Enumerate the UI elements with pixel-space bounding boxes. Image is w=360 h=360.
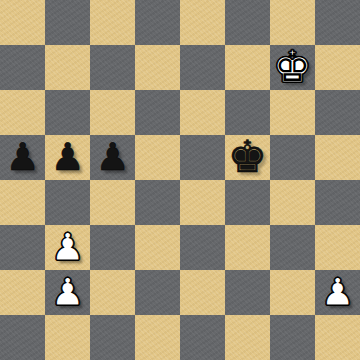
- square-g8[interactable]: [270, 0, 315, 45]
- square-b3[interactable]: ♟: [45, 225, 90, 270]
- square-d8[interactable]: [135, 0, 180, 45]
- square-g1[interactable]: [270, 315, 315, 360]
- square-h6[interactable]: [315, 90, 360, 135]
- piece-black-pawn[interactable]: ♟: [50, 138, 84, 176]
- square-h1[interactable]: [315, 315, 360, 360]
- square-g4[interactable]: [270, 180, 315, 225]
- square-a1[interactable]: [0, 315, 45, 360]
- square-c8[interactable]: [90, 0, 135, 45]
- square-a3[interactable]: [0, 225, 45, 270]
- square-c1[interactable]: [90, 315, 135, 360]
- piece-white-pawn[interactable]: ♟: [320, 273, 354, 311]
- piece-black-pawn[interactable]: ♟: [5, 138, 39, 176]
- square-e2[interactable]: [180, 270, 225, 315]
- square-f8[interactable]: [225, 0, 270, 45]
- square-g3[interactable]: [270, 225, 315, 270]
- piece-white-pawn[interactable]: ♟: [50, 228, 84, 266]
- square-d5[interactable]: [135, 135, 180, 180]
- square-a2[interactable]: [0, 270, 45, 315]
- square-g7[interactable]: ♚: [270, 45, 315, 90]
- piece-white-king[interactable]: ♚: [273, 45, 312, 89]
- square-e8[interactable]: [180, 0, 225, 45]
- square-d6[interactable]: [135, 90, 180, 135]
- square-c3[interactable]: [90, 225, 135, 270]
- square-d4[interactable]: [135, 180, 180, 225]
- square-b2[interactable]: ♟: [45, 270, 90, 315]
- square-d1[interactable]: [135, 315, 180, 360]
- square-c2[interactable]: [90, 270, 135, 315]
- square-h2[interactable]: ♟: [315, 270, 360, 315]
- square-b8[interactable]: [45, 0, 90, 45]
- square-b1[interactable]: [45, 315, 90, 360]
- square-e4[interactable]: [180, 180, 225, 225]
- square-a4[interactable]: [0, 180, 45, 225]
- square-d7[interactable]: [135, 45, 180, 90]
- square-b4[interactable]: [45, 180, 90, 225]
- square-b7[interactable]: [45, 45, 90, 90]
- square-f7[interactable]: [225, 45, 270, 90]
- square-f5[interactable]: ♚: [225, 135, 270, 180]
- square-e6[interactable]: [180, 90, 225, 135]
- square-e1[interactable]: [180, 315, 225, 360]
- square-e3[interactable]: [180, 225, 225, 270]
- square-b5[interactable]: ♟: [45, 135, 90, 180]
- square-a7[interactable]: [0, 45, 45, 90]
- square-g6[interactable]: [270, 90, 315, 135]
- square-h8[interactable]: [315, 0, 360, 45]
- square-c5[interactable]: ♟: [90, 135, 135, 180]
- square-f1[interactable]: [225, 315, 270, 360]
- chess-board: ♚♟♟♟♚♟♟♟: [0, 0, 360, 360]
- square-d3[interactable]: [135, 225, 180, 270]
- square-c7[interactable]: [90, 45, 135, 90]
- piece-white-pawn[interactable]: ♟: [50, 273, 84, 311]
- square-h7[interactable]: [315, 45, 360, 90]
- square-a8[interactable]: [0, 0, 45, 45]
- square-h5[interactable]: [315, 135, 360, 180]
- square-h4[interactable]: [315, 180, 360, 225]
- square-g5[interactable]: [270, 135, 315, 180]
- square-e7[interactable]: [180, 45, 225, 90]
- square-f6[interactable]: [225, 90, 270, 135]
- piece-black-pawn[interactable]: ♟: [95, 138, 129, 176]
- square-c4[interactable]: [90, 180, 135, 225]
- square-c6[interactable]: [90, 90, 135, 135]
- square-a5[interactable]: ♟: [0, 135, 45, 180]
- square-f3[interactable]: [225, 225, 270, 270]
- square-b6[interactable]: [45, 90, 90, 135]
- square-f4[interactable]: [225, 180, 270, 225]
- square-f2[interactable]: [225, 270, 270, 315]
- square-d2[interactable]: [135, 270, 180, 315]
- square-a6[interactable]: [0, 90, 45, 135]
- square-e5[interactable]: [180, 135, 225, 180]
- piece-black-king[interactable]: ♚: [228, 135, 267, 179]
- square-h3[interactable]: [315, 225, 360, 270]
- square-g2[interactable]: [270, 270, 315, 315]
